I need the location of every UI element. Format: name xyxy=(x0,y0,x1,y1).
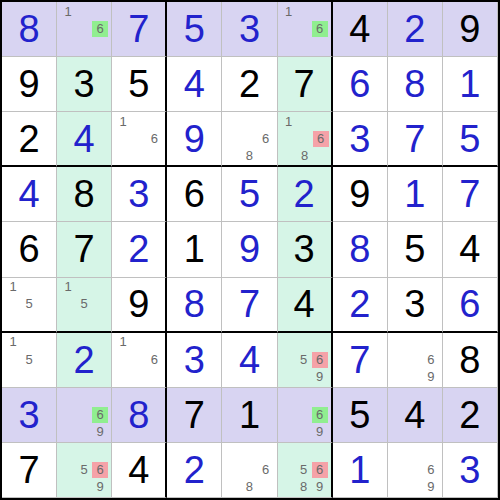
given-digit: 8 xyxy=(74,175,95,213)
candidate-grid: 16 xyxy=(115,113,162,164)
candidate-grid: 68 xyxy=(225,113,273,164)
candidate-grid: 69 xyxy=(391,444,439,496)
solved-digit: 8 xyxy=(184,285,205,323)
cell-r7c4[interactable]: 3 xyxy=(167,333,222,388)
candidate-1: 1 xyxy=(60,279,76,295)
cell-r5c4[interactable]: 1 xyxy=(167,222,222,277)
candidate-5: 5 xyxy=(296,462,312,478)
candidate-1: 1 xyxy=(281,4,297,20)
candidate-9: 9 xyxy=(423,479,439,495)
cell-r8c5[interactable]: 1 xyxy=(222,388,277,443)
cell-r4c9[interactable]: 7 xyxy=(443,167,498,222)
given-digit: 4 xyxy=(404,396,425,434)
solved-digit: 1 xyxy=(404,175,425,213)
solved-digit: 7 xyxy=(128,10,149,48)
given-digit: 7 xyxy=(74,230,95,268)
candidate-9: 9 xyxy=(423,369,439,385)
candidate-grid: 569 xyxy=(281,334,328,386)
cell-r4c8[interactable]: 1 xyxy=(388,167,443,222)
cell-r1c9[interactable]: 9 xyxy=(443,2,498,57)
cell-r5c5[interactable]: 9 xyxy=(222,222,277,277)
candidate-grid: 15 xyxy=(5,279,53,330)
candidate-6: 6 xyxy=(258,462,274,478)
solved-digit: 8 xyxy=(349,230,370,268)
given-digit: 5 xyxy=(404,230,425,268)
cell-r2c5[interactable]: 2 xyxy=(222,57,277,112)
candidate-grid: 5689 xyxy=(281,444,328,496)
candidate-6-xwing-green: 6 xyxy=(312,21,328,37)
given-digit: 3 xyxy=(404,285,425,323)
cell-r6c7[interactable]: 2 xyxy=(333,278,388,333)
candidate-6-xwing-green: 6 xyxy=(92,21,108,37)
cell-r7c5[interactable]: 4 xyxy=(222,333,277,388)
solved-digit: 5 xyxy=(184,10,205,48)
solved-digit: 4 xyxy=(18,175,39,213)
cell-r4c3[interactable]: 3 xyxy=(112,167,167,222)
candidate-8: 8 xyxy=(241,148,257,164)
candidate-1: 1 xyxy=(281,114,297,130)
cell-r3c8[interactable]: 7 xyxy=(388,112,443,167)
solved-digit: 2 xyxy=(128,230,149,268)
cell-r8c8[interactable]: 4 xyxy=(388,388,443,443)
cell-r3c3[interactable]: 16 xyxy=(112,112,167,167)
solved-digit: 2 xyxy=(349,285,370,323)
solved-digit: 5 xyxy=(459,120,480,158)
solved-digit: 3 xyxy=(128,175,149,213)
solved-digit: 3 xyxy=(18,396,39,434)
solved-digit: 6 xyxy=(459,285,480,323)
solved-digit: 2 xyxy=(184,451,205,489)
solved-digit: 3 xyxy=(184,341,205,379)
cell-r2c8[interactable]: 8 xyxy=(388,57,443,112)
cell-r3c1[interactable]: 2 xyxy=(2,112,57,167)
candidate-6: 6 xyxy=(258,131,274,147)
cell-r3c6[interactable]: 168 xyxy=(278,112,333,167)
cell-r6c9[interactable]: 6 xyxy=(443,278,498,333)
candidate-grid: 69 xyxy=(60,389,108,441)
cell-r6c1[interactable]: 15 xyxy=(2,278,57,333)
cell-r9c5[interactable]: 68 xyxy=(222,443,277,498)
candidate-6-eliminated-red: 6 xyxy=(313,131,329,147)
cell-r6c8[interactable]: 3 xyxy=(388,278,443,333)
given-digit: 1 xyxy=(239,396,260,434)
cell-r2c7[interactable]: 6 xyxy=(333,57,388,112)
given-digit: 6 xyxy=(18,230,39,268)
given-digit: 3 xyxy=(294,230,315,268)
solved-digit: 3 xyxy=(459,451,480,489)
candidate-grid: 68 xyxy=(225,444,273,496)
candidate-6: 6 xyxy=(146,131,162,147)
solved-digit: 2 xyxy=(404,10,425,48)
cell-r8c7[interactable]: 5 xyxy=(333,388,388,443)
solved-digit: 4 xyxy=(74,120,95,158)
solved-digit: 6 xyxy=(349,65,370,103)
cell-r5c1[interactable]: 6 xyxy=(2,222,57,277)
candidate-9: 9 xyxy=(312,479,328,495)
candidate-9: 9 xyxy=(312,369,328,385)
given-digit: 6 xyxy=(184,175,205,213)
cell-r6c6[interactable]: 4 xyxy=(278,278,333,333)
candidate-grid: 16 xyxy=(281,3,328,55)
cell-r9c4[interactable]: 2 xyxy=(167,443,222,498)
cell-r4c5[interactable]: 5 xyxy=(222,167,277,222)
candidate-9: 9 xyxy=(312,424,328,440)
candidate-6: 6 xyxy=(146,352,162,368)
candidate-grid: 15 xyxy=(5,334,53,386)
cell-r1c8[interactable]: 2 xyxy=(388,2,443,57)
solved-digit: 1 xyxy=(459,65,480,103)
solved-digit: 7 xyxy=(239,285,260,323)
cell-r7c3[interactable]: 16 xyxy=(112,333,167,388)
cell-r9c3[interactable]: 4 xyxy=(112,443,167,498)
cell-r9c1[interactable]: 7 xyxy=(2,443,57,498)
given-digit: 2 xyxy=(459,396,480,434)
candidate-1: 1 xyxy=(5,334,21,350)
candidate-grid: 15 xyxy=(60,279,108,330)
cell-r5c6[interactable]: 3 xyxy=(278,222,333,277)
given-digit: 3 xyxy=(74,65,95,103)
solved-digit: 8 xyxy=(18,10,39,48)
cell-r4c1[interactable]: 4 xyxy=(2,167,57,222)
candidate-9: 9 xyxy=(92,479,108,495)
solved-digit: 8 xyxy=(404,65,425,103)
cell-r1c3[interactable]: 7 xyxy=(112,2,167,57)
given-digit: 9 xyxy=(128,285,149,323)
candidate-1: 1 xyxy=(5,279,21,295)
candidate-6-xwing-green: 6 xyxy=(312,407,328,423)
solved-digit: 3 xyxy=(239,10,260,48)
cell-r7c9[interactable]: 8 xyxy=(443,333,498,388)
candidate-6: 6 xyxy=(423,462,439,478)
solved-digit: 4 xyxy=(239,341,260,379)
candidate-8: 8 xyxy=(297,148,313,164)
solved-digit: 3 xyxy=(349,120,370,158)
cell-r5c7[interactable]: 8 xyxy=(333,222,388,277)
solved-digit: 7 xyxy=(404,120,425,158)
cell-r9c7[interactable]: 1 xyxy=(333,443,388,498)
candidate-6: 6 xyxy=(423,352,439,368)
cell-r1c5[interactable]: 3 xyxy=(222,2,277,57)
cell-r1c6[interactable]: 16 xyxy=(278,2,333,57)
cell-r4c6[interactable]: 2 xyxy=(278,167,333,222)
cell-r3c9[interactable]: 5 xyxy=(443,112,498,167)
solved-digit: 7 xyxy=(459,175,480,213)
given-digit: 4 xyxy=(349,10,370,48)
cell-r6c4[interactable]: 8 xyxy=(167,278,222,333)
solved-digit: 7 xyxy=(349,341,370,379)
given-digit: 4 xyxy=(459,230,480,268)
solved-digit: 2 xyxy=(294,175,315,213)
cell-r9c6[interactable]: 5689 xyxy=(278,443,333,498)
solved-digit: 5 xyxy=(239,175,260,213)
candidate-6-eliminated-red: 6 xyxy=(312,352,328,368)
cell-r1c7[interactable]: 4 xyxy=(333,2,388,57)
candidate-6-eliminated-red: 6 xyxy=(312,462,328,478)
cell-r8c3[interactable]: 8 xyxy=(112,388,167,443)
solved-digit: 1 xyxy=(349,451,370,489)
cell-r3c5[interactable]: 68 xyxy=(222,112,277,167)
given-digit: 2 xyxy=(18,120,39,158)
cell-r8c9[interactable]: 2 xyxy=(443,388,498,443)
cell-r4c4[interactable]: 6 xyxy=(167,167,222,222)
cell-r6c5[interactable]: 7 xyxy=(222,278,277,333)
candidate-8: 8 xyxy=(241,479,257,495)
given-digit: 1 xyxy=(184,230,205,268)
candidate-5: 5 xyxy=(76,296,92,312)
solved-digit: 8 xyxy=(128,396,149,434)
candidate-6-xwing-green: 6 xyxy=(92,407,108,423)
candidate-8: 8 xyxy=(296,479,312,495)
given-digit: 8 xyxy=(459,341,480,379)
given-digit: 4 xyxy=(294,285,315,323)
cell-r2c2[interactable]: 3 xyxy=(57,57,112,112)
cell-r5c2[interactable]: 7 xyxy=(57,222,112,277)
cell-r2c3[interactable]: 5 xyxy=(112,57,167,112)
given-digit: 7 xyxy=(18,451,39,489)
candidate-1: 1 xyxy=(115,114,131,130)
cell-r8c6[interactable]: 69 xyxy=(278,388,333,443)
candidate-9: 9 xyxy=(92,424,108,440)
given-digit: 2 xyxy=(239,65,260,103)
solved-digit: 2 xyxy=(74,341,95,379)
cell-r5c8[interactable]: 5 xyxy=(388,222,443,277)
given-digit: 9 xyxy=(349,175,370,213)
given-digit: 5 xyxy=(349,396,370,434)
cell-r2c4[interactable]: 4 xyxy=(167,57,222,112)
solved-digit: 9 xyxy=(184,120,205,158)
candidate-grid: 569 xyxy=(60,444,108,496)
cell-r7c8[interactable]: 69 xyxy=(388,333,443,388)
given-digit: 9 xyxy=(459,10,480,48)
candidate-grid: 16 xyxy=(60,3,108,55)
cell-r1c1[interactable]: 8 xyxy=(2,2,57,57)
cell-r2c1[interactable]: 9 xyxy=(2,57,57,112)
given-digit: 4 xyxy=(128,451,149,489)
candidate-5: 5 xyxy=(21,296,37,312)
cell-r3c4[interactable]: 9 xyxy=(167,112,222,167)
cell-r2c9[interactable]: 1 xyxy=(443,57,498,112)
cell-r9c9[interactable]: 3 xyxy=(443,443,498,498)
cell-r1c4[interactable]: 5 xyxy=(167,2,222,57)
cell-r4c7[interactable]: 9 xyxy=(333,167,388,222)
cell-r9c8[interactable]: 69 xyxy=(388,443,443,498)
cell-r7c7[interactable]: 7 xyxy=(333,333,388,388)
given-digit: 7 xyxy=(184,396,205,434)
cell-r9c2[interactable]: 569 xyxy=(57,443,112,498)
candidate-grid: 16 xyxy=(115,334,162,386)
candidate-grid: 69 xyxy=(281,389,328,441)
sudoku-board: 8167531642993542768124169681683754836529… xyxy=(0,0,500,500)
given-digit: 7 xyxy=(294,65,315,103)
cell-r5c9[interactable]: 4 xyxy=(443,222,498,277)
given-digit: 5 xyxy=(128,65,149,103)
candidate-grid: 69 xyxy=(391,334,439,386)
cell-r6c3[interactable]: 9 xyxy=(112,278,167,333)
candidate-1: 1 xyxy=(60,4,76,20)
cell-r7c6[interactable]: 569 xyxy=(278,333,333,388)
solved-digit: 4 xyxy=(184,65,205,103)
candidate-5: 5 xyxy=(296,352,312,368)
cell-r7c1[interactable]: 15 xyxy=(2,333,57,388)
cell-r8c4[interactable]: 7 xyxy=(167,388,222,443)
candidate-5: 5 xyxy=(76,462,92,478)
cell-r7c2[interactable]: 2 xyxy=(57,333,112,388)
cell-r1c2[interactable]: 16 xyxy=(57,2,112,57)
cell-r8c1[interactable]: 3 xyxy=(2,388,57,443)
cell-r2c6[interactable]: 7 xyxy=(278,57,333,112)
cell-r4c2[interactable]: 8 xyxy=(57,167,112,222)
given-digit: 9 xyxy=(18,65,39,103)
cell-r3c2[interactable]: 4 xyxy=(57,112,112,167)
candidate-5: 5 xyxy=(21,352,37,368)
candidate-grid: 168 xyxy=(281,113,328,164)
candidate-1: 1 xyxy=(115,334,131,350)
cell-r3c7[interactable]: 3 xyxy=(333,112,388,167)
solved-digit: 9 xyxy=(239,230,260,268)
cell-r6c2[interactable]: 15 xyxy=(57,278,112,333)
cell-r8c2[interactable]: 69 xyxy=(57,388,112,443)
cell-r5c3[interactable]: 2 xyxy=(112,222,167,277)
candidate-6-eliminated-red: 6 xyxy=(92,462,108,478)
